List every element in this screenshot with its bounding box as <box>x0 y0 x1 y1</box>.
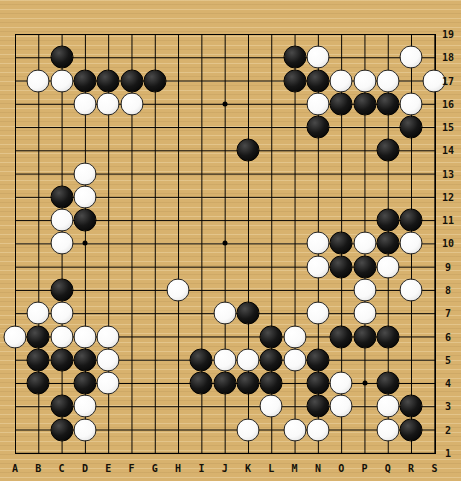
white-stone-N7[interactable] <box>306 302 329 325</box>
intersection-B18[interactable] <box>27 46 50 69</box>
intersection-O19[interactable] <box>330 22 353 45</box>
black-stone-O10[interactable] <box>330 232 353 255</box>
white-stone-C11[interactable] <box>50 209 73 232</box>
intersection-O14[interactable] <box>330 139 353 162</box>
intersection-A16[interactable] <box>3 92 26 115</box>
white-stone-O3[interactable] <box>330 395 353 418</box>
intersection-B2[interactable] <box>27 418 50 441</box>
intersection-G8[interactable] <box>143 278 166 301</box>
intersection-O7[interactable] <box>330 302 353 325</box>
intersection-S9[interactable] <box>423 255 446 278</box>
intersection-S2[interactable] <box>423 418 446 441</box>
intersection-F19[interactable] <box>120 22 143 45</box>
black-stone-R3[interactable] <box>400 395 423 418</box>
white-stone-R16[interactable] <box>400 92 423 115</box>
intersection-E15[interactable] <box>97 115 120 138</box>
intersection-E19[interactable] <box>97 22 120 45</box>
intersection-G5[interactable] <box>143 348 166 371</box>
intersection-H10[interactable] <box>166 232 189 255</box>
white-stone-C17[interactable] <box>50 69 73 92</box>
black-stone-C2[interactable] <box>50 418 73 441</box>
intersection-A9[interactable] <box>3 255 26 278</box>
intersection-G2[interactable] <box>143 418 166 441</box>
intersection-P11[interactable] <box>353 209 376 232</box>
black-stone-B6[interactable] <box>27 325 50 348</box>
intersection-K10[interactable] <box>236 232 259 255</box>
intersection-G7[interactable] <box>143 302 166 325</box>
intersection-B9[interactable] <box>27 255 50 278</box>
intersection-H15[interactable] <box>166 115 189 138</box>
intersection-O18[interactable] <box>330 46 353 69</box>
white-stone-B17[interactable] <box>27 69 50 92</box>
white-stone-C10[interactable] <box>50 232 73 255</box>
intersection-J17[interactable] <box>213 69 236 92</box>
intersection-B19[interactable] <box>27 22 50 45</box>
intersection-H9[interactable] <box>166 255 189 278</box>
intersection-L9[interactable] <box>260 255 283 278</box>
intersection-P4[interactable] <box>353 371 376 394</box>
white-stone-P10[interactable] <box>353 232 376 255</box>
intersection-P14[interactable] <box>353 139 376 162</box>
white-stone-D3[interactable] <box>73 395 96 418</box>
intersection-A8[interactable] <box>3 278 26 301</box>
black-stone-P6[interactable] <box>353 325 376 348</box>
black-stone-C3[interactable] <box>50 395 73 418</box>
intersection-L19[interactable] <box>260 22 283 45</box>
white-stone-D16[interactable] <box>73 92 96 115</box>
intersection-D10[interactable] <box>73 232 96 255</box>
white-stone-K2[interactable] <box>237 418 260 441</box>
intersection-E1[interactable] <box>97 441 120 464</box>
intersection-L11[interactable] <box>260 209 283 232</box>
intersection-G13[interactable] <box>143 162 166 185</box>
intersection-H13[interactable] <box>166 162 189 185</box>
intersection-F18[interactable] <box>120 46 143 69</box>
intersection-G10[interactable] <box>143 232 166 255</box>
intersection-F11[interactable] <box>120 209 143 232</box>
intersection-M19[interactable] <box>283 22 306 45</box>
intersection-S4[interactable] <box>423 371 446 394</box>
intersection-D8[interactable] <box>73 278 96 301</box>
intersection-N6[interactable] <box>306 325 329 348</box>
intersection-I13[interactable] <box>190 162 213 185</box>
intersection-C19[interactable] <box>50 22 73 45</box>
black-stone-I4[interactable] <box>190 372 213 395</box>
black-stone-M18[interactable] <box>283 46 306 69</box>
intersection-B14[interactable] <box>27 139 50 162</box>
intersection-N19[interactable] <box>306 22 329 45</box>
intersection-M12[interactable] <box>283 185 306 208</box>
white-stone-A6[interactable] <box>4 325 27 348</box>
intersection-K9[interactable] <box>236 255 259 278</box>
intersection-M3[interactable] <box>283 395 306 418</box>
black-stone-J4[interactable] <box>213 372 236 395</box>
white-stone-R8[interactable] <box>400 278 423 301</box>
intersection-G9[interactable] <box>143 255 166 278</box>
black-stone-K7[interactable] <box>237 302 260 325</box>
black-stone-B4[interactable] <box>27 372 50 395</box>
intersection-F6[interactable] <box>120 325 143 348</box>
intersection-J8[interactable] <box>213 278 236 301</box>
intersection-Q19[interactable] <box>376 22 399 45</box>
black-stone-O6[interactable] <box>330 325 353 348</box>
intersection-Q13[interactable] <box>376 162 399 185</box>
intersection-M13[interactable] <box>283 162 306 185</box>
intersection-J2[interactable] <box>213 418 236 441</box>
intersection-A2[interactable] <box>3 418 26 441</box>
intersection-S1[interactable] <box>423 441 446 464</box>
intersection-F9[interactable] <box>120 255 143 278</box>
intersection-P1[interactable] <box>353 441 376 464</box>
intersection-C1[interactable] <box>50 441 73 464</box>
black-stone-Q14[interactable] <box>376 139 399 162</box>
intersection-B8[interactable] <box>27 278 50 301</box>
black-stone-Q11[interactable] <box>376 209 399 232</box>
intersection-G15[interactable] <box>143 115 166 138</box>
intersection-Q15[interactable] <box>376 115 399 138</box>
white-stone-B7[interactable] <box>27 302 50 325</box>
intersection-C13[interactable] <box>50 162 73 185</box>
intersection-I16[interactable] <box>190 92 213 115</box>
black-stone-D4[interactable] <box>73 372 96 395</box>
intersection-P15[interactable] <box>353 115 376 138</box>
intersection-I17[interactable] <box>190 69 213 92</box>
intersection-C15[interactable] <box>50 115 73 138</box>
white-stone-O17[interactable] <box>330 69 353 92</box>
intersection-H14[interactable] <box>166 139 189 162</box>
intersection-J19[interactable] <box>213 22 236 45</box>
intersection-O15[interactable] <box>330 115 353 138</box>
intersection-F12[interactable] <box>120 185 143 208</box>
intersection-E3[interactable] <box>97 395 120 418</box>
intersection-H7[interactable] <box>166 302 189 325</box>
intersection-R7[interactable] <box>399 302 422 325</box>
intersection-E9[interactable] <box>97 255 120 278</box>
intersection-H6[interactable] <box>166 325 189 348</box>
intersection-K11[interactable] <box>236 209 259 232</box>
black-stone-I5[interactable] <box>190 348 213 371</box>
intersection-E14[interactable] <box>97 139 120 162</box>
black-stone-D11[interactable] <box>73 209 96 232</box>
intersection-M1[interactable] <box>283 441 306 464</box>
intersection-E10[interactable] <box>97 232 120 255</box>
intersection-L1[interactable] <box>260 441 283 464</box>
intersection-J15[interactable] <box>213 115 236 138</box>
white-stone-J7[interactable] <box>213 302 236 325</box>
intersection-L2[interactable] <box>260 418 283 441</box>
intersection-G6[interactable] <box>143 325 166 348</box>
black-stone-D17[interactable] <box>73 69 96 92</box>
black-stone-L6[interactable] <box>260 325 283 348</box>
intersection-R1[interactable] <box>399 441 422 464</box>
white-stone-E5[interactable] <box>97 348 120 371</box>
white-stone-F16[interactable] <box>120 92 143 115</box>
intersection-E12[interactable] <box>97 185 120 208</box>
intersection-L10[interactable] <box>260 232 283 255</box>
intersection-R4[interactable] <box>399 371 422 394</box>
intersection-O11[interactable] <box>330 209 353 232</box>
intersection-F8[interactable] <box>120 278 143 301</box>
white-stone-D6[interactable] <box>73 325 96 348</box>
intersection-D15[interactable] <box>73 115 96 138</box>
intersection-O8[interactable] <box>330 278 353 301</box>
intersection-K13[interactable] <box>236 162 259 185</box>
intersection-K17[interactable] <box>236 69 259 92</box>
intersection-Q12[interactable] <box>376 185 399 208</box>
white-stone-N10[interactable] <box>306 232 329 255</box>
black-stone-C8[interactable] <box>50 278 73 301</box>
intersection-R13[interactable] <box>399 162 422 185</box>
intersection-A4[interactable] <box>3 371 26 394</box>
black-stone-N15[interactable] <box>306 116 329 139</box>
intersection-C9[interactable] <box>50 255 73 278</box>
black-stone-R11[interactable] <box>400 209 423 232</box>
intersection-F2[interactable] <box>120 418 143 441</box>
intersection-N11[interactable] <box>306 209 329 232</box>
white-stone-R10[interactable] <box>400 232 423 255</box>
black-stone-N17[interactable] <box>306 69 329 92</box>
intersection-L8[interactable] <box>260 278 283 301</box>
white-stone-N9[interactable] <box>306 255 329 278</box>
intersection-M9[interactable] <box>283 255 306 278</box>
intersection-M10[interactable] <box>283 232 306 255</box>
white-stone-J5[interactable] <box>213 348 236 371</box>
white-stone-M2[interactable] <box>283 418 306 441</box>
intersection-Q7[interactable] <box>376 302 399 325</box>
intersection-B10[interactable] <box>27 232 50 255</box>
intersection-A18[interactable] <box>3 46 26 69</box>
white-stone-D13[interactable] <box>73 162 96 185</box>
intersection-G18[interactable] <box>143 46 166 69</box>
intersection-H1[interactable] <box>166 441 189 464</box>
intersection-I3[interactable] <box>190 395 213 418</box>
intersection-N14[interactable] <box>306 139 329 162</box>
black-stone-O9[interactable] <box>330 255 353 278</box>
white-stone-Q2[interactable] <box>376 418 399 441</box>
intersection-K3[interactable] <box>236 395 259 418</box>
intersection-J9[interactable] <box>213 255 236 278</box>
black-stone-P9[interactable] <box>353 255 376 278</box>
intersection-D7[interactable] <box>73 302 96 325</box>
intersection-K6[interactable] <box>236 325 259 348</box>
intersection-A14[interactable] <box>3 139 26 162</box>
intersection-F14[interactable] <box>120 139 143 162</box>
intersection-K16[interactable] <box>236 92 259 115</box>
black-stone-E17[interactable] <box>97 69 120 92</box>
black-stone-R15[interactable] <box>400 116 423 139</box>
intersection-H19[interactable] <box>166 22 189 45</box>
intersection-E11[interactable] <box>97 209 120 232</box>
intersection-I11[interactable] <box>190 209 213 232</box>
black-stone-L5[interactable] <box>260 348 283 371</box>
black-stone-C18[interactable] <box>50 46 73 69</box>
intersection-N12[interactable] <box>306 185 329 208</box>
white-stone-M5[interactable] <box>283 348 306 371</box>
intersection-R9[interactable] <box>399 255 422 278</box>
intersection-A5[interactable] <box>3 348 26 371</box>
intersection-O13[interactable] <box>330 162 353 185</box>
intersection-R12[interactable] <box>399 185 422 208</box>
black-stone-K4[interactable] <box>237 372 260 395</box>
black-stone-Q16[interactable] <box>376 92 399 115</box>
intersection-K18[interactable] <box>236 46 259 69</box>
intersection-A10[interactable] <box>3 232 26 255</box>
white-stone-L3[interactable] <box>260 395 283 418</box>
intersection-S8[interactable] <box>423 278 446 301</box>
white-stone-C6[interactable] <box>50 325 73 348</box>
intersection-L14[interactable] <box>260 139 283 162</box>
intersection-D9[interactable] <box>73 255 96 278</box>
intersection-F3[interactable] <box>120 395 143 418</box>
intersection-A1[interactable] <box>3 441 26 464</box>
intersection-H12[interactable] <box>166 185 189 208</box>
black-stone-Q4[interactable] <box>376 372 399 395</box>
intersection-M14[interactable] <box>283 139 306 162</box>
intersection-B16[interactable] <box>27 92 50 115</box>
intersection-P3[interactable] <box>353 395 376 418</box>
white-stone-P8[interactable] <box>353 278 376 301</box>
intersection-P13[interactable] <box>353 162 376 185</box>
intersection-Q8[interactable] <box>376 278 399 301</box>
intersection-G11[interactable] <box>143 209 166 232</box>
intersection-K1[interactable] <box>236 441 259 464</box>
intersection-B15[interactable] <box>27 115 50 138</box>
intersection-P18[interactable] <box>353 46 376 69</box>
intersection-R17[interactable] <box>399 69 422 92</box>
intersection-M15[interactable] <box>283 115 306 138</box>
black-stone-N4[interactable] <box>306 372 329 395</box>
intersection-L13[interactable] <box>260 162 283 185</box>
intersection-G4[interactable] <box>143 371 166 394</box>
black-stone-F17[interactable] <box>120 69 143 92</box>
white-stone-E6[interactable] <box>97 325 120 348</box>
intersection-I18[interactable] <box>190 46 213 69</box>
intersection-J14[interactable] <box>213 139 236 162</box>
intersection-S5[interactable] <box>423 348 446 371</box>
intersection-A19[interactable] <box>3 22 26 45</box>
intersection-O5[interactable] <box>330 348 353 371</box>
intersection-J10[interactable] <box>213 232 236 255</box>
white-stone-Q9[interactable] <box>376 255 399 278</box>
white-stone-D12[interactable] <box>73 185 96 208</box>
intersection-K19[interactable] <box>236 22 259 45</box>
white-stone-P17[interactable] <box>353 69 376 92</box>
intersection-I8[interactable] <box>190 278 213 301</box>
black-stone-Q6[interactable] <box>376 325 399 348</box>
intersection-O2[interactable] <box>330 418 353 441</box>
intersection-E2[interactable] <box>97 418 120 441</box>
intersection-L18[interactable] <box>260 46 283 69</box>
intersection-B1[interactable] <box>27 441 50 464</box>
intersection-K15[interactable] <box>236 115 259 138</box>
intersection-E18[interactable] <box>97 46 120 69</box>
black-stone-L4[interactable] <box>260 372 283 395</box>
intersection-G16[interactable] <box>143 92 166 115</box>
intersection-J16[interactable] <box>213 92 236 115</box>
intersection-F10[interactable] <box>120 232 143 255</box>
white-stone-K5[interactable] <box>237 348 260 371</box>
intersection-S3[interactable] <box>423 395 446 418</box>
intersection-R19[interactable] <box>399 22 422 45</box>
white-stone-D2[interactable] <box>73 418 96 441</box>
intersection-G14[interactable] <box>143 139 166 162</box>
intersection-B11[interactable] <box>27 209 50 232</box>
white-stone-E16[interactable] <box>97 92 120 115</box>
black-stone-G17[interactable] <box>143 69 166 92</box>
black-stone-P16[interactable] <box>353 92 376 115</box>
intersection-H11[interactable] <box>166 209 189 232</box>
intersection-A15[interactable] <box>3 115 26 138</box>
intersection-J18[interactable] <box>213 46 236 69</box>
intersection-A3[interactable] <box>3 395 26 418</box>
intersection-A11[interactable] <box>3 209 26 232</box>
intersection-I19[interactable] <box>190 22 213 45</box>
intersection-F13[interactable] <box>120 162 143 185</box>
intersection-J1[interactable] <box>213 441 236 464</box>
intersection-L7[interactable] <box>260 302 283 325</box>
intersection-L15[interactable] <box>260 115 283 138</box>
black-stone-N3[interactable] <box>306 395 329 418</box>
intersection-J13[interactable] <box>213 162 236 185</box>
intersection-A17[interactable] <box>3 69 26 92</box>
intersection-I9[interactable] <box>190 255 213 278</box>
intersection-P2[interactable] <box>353 418 376 441</box>
white-stone-E4[interactable] <box>97 372 120 395</box>
intersection-J11[interactable] <box>213 209 236 232</box>
intersection-N1[interactable] <box>306 441 329 464</box>
intersection-R6[interactable] <box>399 325 422 348</box>
intersection-S7[interactable] <box>423 302 446 325</box>
intersection-J12[interactable] <box>213 185 236 208</box>
intersection-I2[interactable] <box>190 418 213 441</box>
black-stone-N5[interactable] <box>306 348 329 371</box>
intersection-L12[interactable] <box>260 185 283 208</box>
intersection-I12[interactable] <box>190 185 213 208</box>
intersection-I14[interactable] <box>190 139 213 162</box>
intersection-D19[interactable] <box>73 22 96 45</box>
intersection-L17[interactable] <box>260 69 283 92</box>
intersection-P19[interactable] <box>353 22 376 45</box>
intersection-M11[interactable] <box>283 209 306 232</box>
intersection-E13[interactable] <box>97 162 120 185</box>
intersection-E8[interactable] <box>97 278 120 301</box>
intersection-D1[interactable] <box>73 441 96 464</box>
white-stone-N18[interactable] <box>306 46 329 69</box>
white-stone-O4[interactable] <box>330 372 353 395</box>
intersection-G1[interactable] <box>143 441 166 464</box>
intersection-H3[interactable] <box>166 395 189 418</box>
white-stone-R18[interactable] <box>400 46 423 69</box>
intersection-N13[interactable] <box>306 162 329 185</box>
intersection-M8[interactable] <box>283 278 306 301</box>
black-stone-R2[interactable] <box>400 418 423 441</box>
white-stone-C7[interactable] <box>50 302 73 325</box>
intersection-R5[interactable] <box>399 348 422 371</box>
white-stone-P7[interactable] <box>353 302 376 325</box>
white-stone-N2[interactable] <box>306 418 329 441</box>
black-stone-O16[interactable] <box>330 92 353 115</box>
intersection-Q1[interactable] <box>376 441 399 464</box>
intersection-H17[interactable] <box>166 69 189 92</box>
white-stone-Q17[interactable] <box>376 69 399 92</box>
intersection-I1[interactable] <box>190 441 213 464</box>
intersection-H18[interactable] <box>166 46 189 69</box>
white-stone-Q3[interactable] <box>376 395 399 418</box>
intersection-C4[interactable] <box>50 371 73 394</box>
intersection-A13[interactable] <box>3 162 26 185</box>
intersection-F5[interactable] <box>120 348 143 371</box>
intersection-B3[interactable] <box>27 395 50 418</box>
